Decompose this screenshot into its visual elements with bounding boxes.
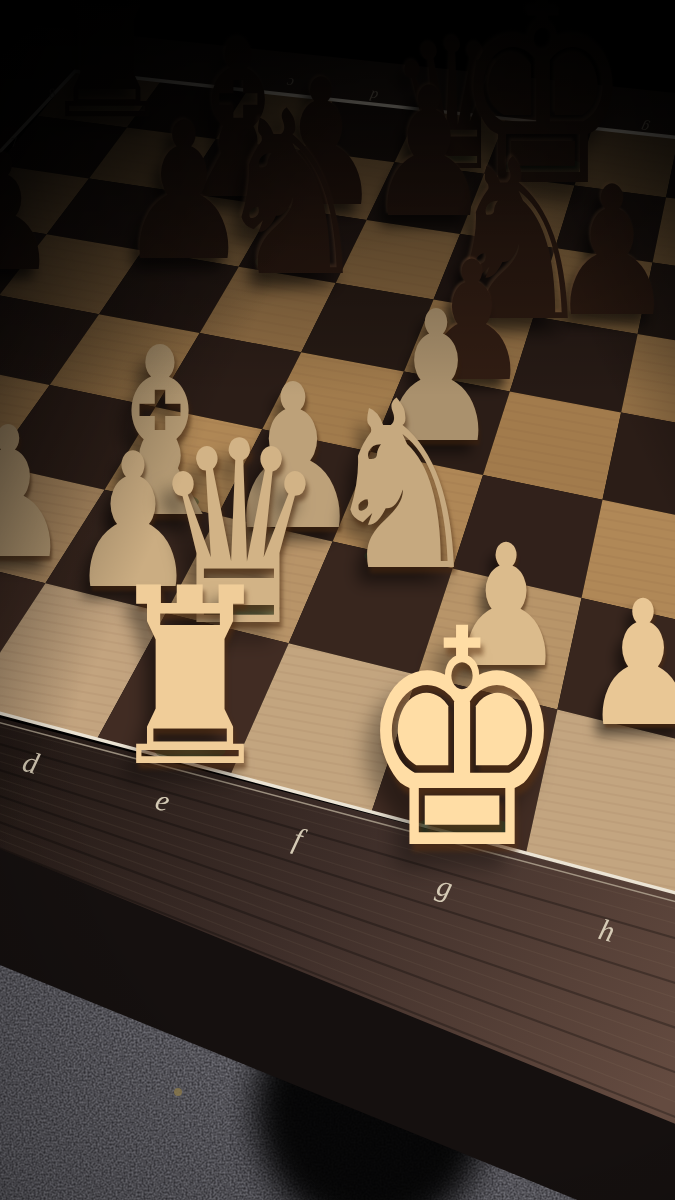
square-grain-g8 — [575, 128, 675, 197]
chessboard: defghcdg87 — [0, 0, 675, 1200]
carpet-crumb — [174, 1088, 182, 1096]
chess-photo-scene: defghcdg87 ♜♛♚♝♟♟♟♟♞♟♞♟♟♝♟♟♞♟♛♟♟♜♚ — [0, 0, 675, 1200]
